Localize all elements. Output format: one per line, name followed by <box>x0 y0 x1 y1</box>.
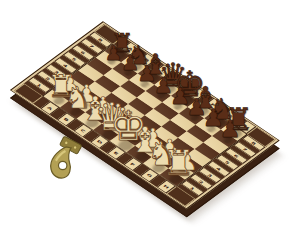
brass-clasp-icon <box>42 136 88 184</box>
piece-black-pawn-h7[interactable]: ♟ <box>208 118 252 142</box>
photo-canvas: 12345678 12345678 ABCDEFGH ABCDEFGH ♜♞♝♛… <box>0 0 300 227</box>
piece-white-rook-h1[interactable]: ♜ <box>156 146 200 181</box>
